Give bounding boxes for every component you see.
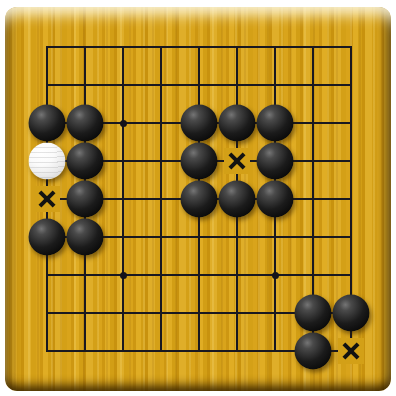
board-cell-D7[interactable] <box>142 104 180 142</box>
board-cell-G3[interactable] <box>256 256 294 294</box>
board-cell-G2[interactable] <box>256 294 294 332</box>
board-cell-A5[interactable] <box>28 180 66 218</box>
board-cell-E1[interactable] <box>180 332 218 370</box>
black-stone <box>181 105 218 142</box>
board-cell-H3[interactable] <box>294 256 332 294</box>
board-cell-F6[interactable] <box>218 142 256 180</box>
board-cell-A9[interactable] <box>28 28 66 66</box>
board-cell-D8[interactable] <box>142 66 180 104</box>
board-cell-J6[interactable] <box>332 142 370 180</box>
x-mark <box>338 338 364 364</box>
black-stone <box>181 181 218 218</box>
board-cell-C3[interactable] <box>104 256 142 294</box>
board-cell-H9[interactable] <box>294 28 332 66</box>
board-cell-G9[interactable] <box>256 28 294 66</box>
board-cell-A6[interactable] <box>28 142 66 180</box>
board-cell-J9[interactable] <box>332 28 370 66</box>
board-cell-E4[interactable] <box>180 218 218 256</box>
board-cell-H7[interactable] <box>294 104 332 142</box>
board-cell-D1[interactable] <box>142 332 180 370</box>
board-cell-J2[interactable] <box>332 294 370 332</box>
board-cell-D6[interactable] <box>142 142 180 180</box>
board-cell-G7[interactable] <box>256 104 294 142</box>
black-stone <box>257 181 294 218</box>
board-cell-F3[interactable] <box>218 256 256 294</box>
black-stone <box>333 295 370 332</box>
board-cell-C2[interactable] <box>104 294 142 332</box>
board-cell-C5[interactable] <box>104 180 142 218</box>
board-cell-F2[interactable] <box>218 294 256 332</box>
board-cell-D2[interactable] <box>142 294 180 332</box>
board-cell-F1[interactable] <box>218 332 256 370</box>
black-stone <box>67 105 104 142</box>
board-cell-B9[interactable] <box>66 28 104 66</box>
board-cell-C4[interactable] <box>104 218 142 256</box>
black-stone <box>29 105 66 142</box>
board-cell-D9[interactable] <box>142 28 180 66</box>
board-cell-C7[interactable] <box>104 104 142 142</box>
board-cell-B7[interactable] <box>66 104 104 142</box>
board-cell-C8[interactable] <box>104 66 142 104</box>
black-stone <box>295 295 332 332</box>
board-cell-J4[interactable] <box>332 218 370 256</box>
board-cell-F8[interactable] <box>218 66 256 104</box>
board-cell-B1[interactable] <box>66 332 104 370</box>
black-stone <box>29 219 66 256</box>
board-cell-G4[interactable] <box>256 218 294 256</box>
board-cell-F9[interactable] <box>218 28 256 66</box>
black-stone <box>257 105 294 142</box>
board-cell-H8[interactable] <box>294 66 332 104</box>
board-cell-J1[interactable] <box>332 332 370 370</box>
board-cell-J7[interactable] <box>332 104 370 142</box>
black-stone <box>181 143 218 180</box>
board-cell-B4[interactable] <box>66 218 104 256</box>
board-cell-B2[interactable] <box>66 294 104 332</box>
board-grid <box>28 28 370 370</box>
page <box>0 0 396 396</box>
board-cell-F4[interactable] <box>218 218 256 256</box>
board-cell-B6[interactable] <box>66 142 104 180</box>
board-cell-C9[interactable] <box>104 28 142 66</box>
white-stone <box>29 143 66 180</box>
black-stone <box>219 181 256 218</box>
x-mark <box>34 186 60 212</box>
board-cell-B3[interactable] <box>66 256 104 294</box>
board-cell-E5[interactable] <box>180 180 218 218</box>
board-cell-D5[interactable] <box>142 180 180 218</box>
board-cell-H2[interactable] <box>294 294 332 332</box>
board-cell-G5[interactable] <box>256 180 294 218</box>
goban <box>5 7 391 391</box>
board-cell-A1[interactable] <box>28 332 66 370</box>
board-cell-F7[interactable] <box>218 104 256 142</box>
board-cell-A7[interactable] <box>28 104 66 142</box>
board-cell-C1[interactable] <box>104 332 142 370</box>
board-cell-E7[interactable] <box>180 104 218 142</box>
board-cell-A2[interactable] <box>28 294 66 332</box>
board-cell-G6[interactable] <box>256 142 294 180</box>
board-cell-A3[interactable] <box>28 256 66 294</box>
board-cell-H6[interactable] <box>294 142 332 180</box>
board-cell-H1[interactable] <box>294 332 332 370</box>
x-mark <box>224 148 250 174</box>
black-stone <box>257 143 294 180</box>
black-stone <box>219 105 256 142</box>
board-cell-E8[interactable] <box>180 66 218 104</box>
board-cell-B5[interactable] <box>66 180 104 218</box>
board-cell-D3[interactable] <box>142 256 180 294</box>
board-cell-E2[interactable] <box>180 294 218 332</box>
board-cell-C6[interactable] <box>104 142 142 180</box>
black-stone <box>295 333 332 370</box>
board-cell-J5[interactable] <box>332 180 370 218</box>
board-cell-J3[interactable] <box>332 256 370 294</box>
board-cell-F5[interactable] <box>218 180 256 218</box>
black-stone <box>67 181 104 218</box>
board-cell-H5[interactable] <box>294 180 332 218</box>
board-cell-A8[interactable] <box>28 66 66 104</box>
board-cell-E3[interactable] <box>180 256 218 294</box>
black-stone <box>67 219 104 256</box>
board-cell-B8[interactable] <box>66 66 104 104</box>
board-cell-J8[interactable] <box>332 66 370 104</box>
board-cell-E6[interactable] <box>180 142 218 180</box>
board-cell-G8[interactable] <box>256 66 294 104</box>
board-cell-E9[interactable] <box>180 28 218 66</box>
black-stone <box>67 143 104 180</box>
board-cell-A4[interactable] <box>28 218 66 256</box>
board-cell-H4[interactable] <box>294 218 332 256</box>
board-cell-G1[interactable] <box>256 332 294 370</box>
board-cell-D4[interactable] <box>142 218 180 256</box>
